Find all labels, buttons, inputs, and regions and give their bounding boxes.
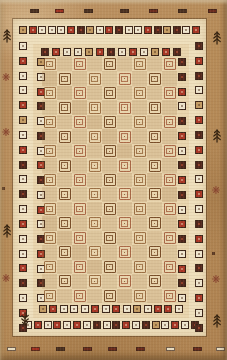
- border-dash: [120, 9, 129, 13]
- guard-square-maroon: [178, 73, 186, 81]
- guard-square-red: [53, 321, 61, 329]
- guard-square-tan: [151, 48, 159, 56]
- border-dash: [108, 347, 117, 351]
- guard-square-ivory: [195, 279, 203, 287]
- guard-square-ivory: [195, 175, 203, 183]
- square-spiral-motif: [59, 131, 71, 143]
- field-cell-spiral: [42, 202, 57, 216]
- border-dash: [149, 9, 158, 13]
- field-cell-spiral: [87, 245, 102, 259]
- field-cell-plain: [147, 289, 162, 303]
- guard-square-ivory: [19, 86, 27, 94]
- square-spiral-motif: [74, 290, 86, 302]
- square-spiral-motif: [74, 261, 86, 273]
- field-cell-plain: [57, 115, 72, 129]
- square-spiral-motif: [44, 116, 56, 128]
- field-cell-plain: [72, 129, 87, 143]
- square-spiral-motif: [164, 58, 176, 70]
- guard-square-ivory: [118, 48, 126, 56]
- square-spiral-motif: [134, 145, 146, 157]
- square-spiral-motif: [74, 58, 86, 70]
- field-cell-plain: [72, 158, 87, 172]
- field-cell-spiral: [42, 231, 57, 245]
- square-spiral-motif: [119, 217, 131, 229]
- square-spiral-motif: [164, 232, 176, 244]
- inner-cream-band: [13, 19, 206, 336]
- field-cell-spiral: [117, 158, 132, 172]
- field-cell-spiral: [162, 231, 177, 245]
- guard-square-red: [162, 48, 170, 56]
- guard-square-maroon: [77, 26, 85, 34]
- square-spiral-motif: [59, 102, 71, 114]
- square-spiral-motif: [89, 73, 101, 85]
- field-cell-spiral: [57, 187, 72, 201]
- field-cell-spiral: [102, 115, 117, 129]
- field-cell-plain: [117, 115, 132, 129]
- guard-square-maroon: [195, 324, 203, 332]
- square-spiral-motif: [104, 116, 116, 128]
- guard-square-red: [171, 321, 179, 329]
- square-spiral-motif: [119, 160, 131, 172]
- field-cell-plain: [87, 231, 102, 245]
- guard-square-maroon: [195, 264, 203, 272]
- field-cell-plain: [117, 144, 132, 158]
- guard-square-maroon: [195, 161, 203, 169]
- square-spiral-motif: [74, 203, 86, 215]
- field-cell-plain: [87, 173, 102, 187]
- field-cell-plain: [72, 71, 87, 85]
- border-dash: [7, 347, 16, 351]
- square-spiral-motif: [89, 275, 101, 287]
- square-spiral-motif: [134, 174, 146, 186]
- guard-square-maroon: [19, 190, 27, 198]
- guard-square-ivory: [123, 305, 131, 313]
- square-spiral-motif: [74, 232, 86, 244]
- field-cell-spiral: [147, 100, 162, 114]
- field-cell-spiral: [132, 86, 147, 100]
- field-cell-plain: [117, 202, 132, 216]
- square-spiral-motif: [74, 87, 86, 99]
- square-spiral-motif: [149, 131, 161, 143]
- guard-square-ivory: [19, 294, 27, 302]
- field-cell-plain: [132, 245, 147, 259]
- guard-square-red: [178, 220, 186, 228]
- field-cell-plain: [132, 158, 147, 172]
- guard-square-ivory: [195, 86, 203, 94]
- guard-square-ivory: [74, 48, 82, 56]
- guard-square-maroon: [173, 48, 181, 56]
- field-cell-plain: [117, 260, 132, 274]
- square-spiral-motif: [119, 102, 131, 114]
- field-cell-plain: [57, 289, 72, 303]
- guard-square-ivory: [144, 305, 152, 313]
- guard-square-tan: [39, 305, 47, 313]
- guard-square-red: [178, 88, 186, 96]
- square-spiral-motif: [59, 188, 71, 200]
- outer-camel-border: [0, 0, 227, 360]
- cross-motif-icon: [2, 128, 10, 136]
- field-cell-spiral: [162, 289, 177, 303]
- field-cell-spiral: [117, 100, 132, 114]
- border-dash: [31, 347, 40, 351]
- guard-square-ivory: [19, 42, 27, 50]
- square-spiral-motif: [149, 160, 161, 172]
- guard-square-tan: [152, 321, 160, 329]
- guard-square-ivory: [182, 26, 190, 34]
- field-cell-spiral: [57, 100, 72, 114]
- cross-motif-icon: [212, 186, 220, 194]
- field-cell-plain: [102, 187, 117, 201]
- square-spiral-motif: [44, 232, 56, 244]
- field-cell-plain: [132, 71, 147, 85]
- guard-square-ivory: [60, 305, 68, 313]
- guard-square-maroon: [195, 220, 203, 228]
- field-cell-spiral: [147, 245, 162, 259]
- guard-square-ivory: [178, 147, 186, 155]
- guard-square-ivory: [161, 321, 169, 329]
- field-cell-plain: [42, 245, 57, 259]
- field-cell-plain: [42, 71, 57, 85]
- field-cell-spiral: [57, 245, 72, 259]
- field-cell-plain: [117, 57, 132, 71]
- field-cell-plain: [147, 231, 162, 245]
- field-cell-plain: [57, 231, 72, 245]
- field-cell-spiral: [162, 57, 177, 71]
- guard-square-red: [195, 190, 203, 198]
- field-cell-spiral: [162, 260, 177, 274]
- cross-motif-icon: [2, 73, 10, 81]
- guard-square-red: [195, 294, 203, 302]
- guard-square-red: [195, 116, 203, 124]
- border-dash: [83, 347, 92, 351]
- square-spiral-motif: [134, 203, 146, 215]
- border-dot-icon: [212, 252, 215, 255]
- guard-square-red: [195, 146, 203, 154]
- field-cell-spiral: [87, 187, 102, 201]
- field-cell-plain: [102, 216, 117, 230]
- border-dot-icon: [2, 187, 5, 190]
- square-spiral-motif: [134, 290, 146, 302]
- field-cell-plain: [87, 86, 102, 100]
- guard-ring-outer-right: [194, 42, 203, 332]
- field-cell-spiral: [102, 86, 117, 100]
- guard-square-maroon: [178, 117, 186, 125]
- border-dash: [56, 347, 65, 351]
- square-spiral-motif: [104, 203, 116, 215]
- guard-square-red: [96, 48, 104, 56]
- guard-square-maroon: [115, 26, 123, 34]
- square-spiral-motif: [134, 87, 146, 99]
- square-spiral-motif: [104, 145, 116, 157]
- guard-square-maroon: [173, 26, 181, 34]
- guard-square-red: [19, 101, 27, 109]
- square-spiral-motif: [44, 290, 56, 302]
- square-spiral-motif: [44, 174, 56, 186]
- field-cell-spiral: [57, 274, 72, 288]
- field-cell-spiral: [102, 173, 117, 187]
- guard-square-maroon: [41, 48, 49, 56]
- square-spiral-motif: [104, 232, 116, 244]
- field-cell-plain: [87, 144, 102, 158]
- square-spiral-motif: [119, 275, 131, 287]
- guard-square-red: [29, 26, 37, 34]
- field-cell-plain: [102, 245, 117, 259]
- field-cell-spiral: [87, 274, 102, 288]
- square-spiral-motif: [74, 145, 86, 157]
- field-cell-spiral: [42, 86, 57, 100]
- square-spiral-motif: [104, 290, 116, 302]
- tree-motif-icon: [2, 29, 12, 43]
- guard-square-ivory: [125, 26, 133, 34]
- field-cell-spiral: [162, 173, 177, 187]
- border-dash: [55, 9, 64, 13]
- guard-square-ivory: [19, 250, 27, 258]
- guard-square-ivory: [19, 175, 27, 183]
- field-cell-plain: [147, 115, 162, 129]
- guard-square-maroon: [107, 48, 115, 56]
- square-spiral-motif: [89, 102, 101, 114]
- field-cell-spiral: [57, 129, 72, 143]
- field-cell-spiral: [57, 216, 72, 230]
- field-cell-spiral: [132, 144, 147, 158]
- field-cell-plain: [102, 100, 117, 114]
- square-spiral-motif: [149, 246, 161, 258]
- field-cell-spiral: [147, 216, 162, 230]
- tree-motif-icon: [20, 312, 30, 326]
- guard-square-red: [105, 26, 113, 34]
- field-cell-plain: [87, 289, 102, 303]
- guard-square-maroon: [178, 279, 186, 287]
- field-cell-spiral: [102, 144, 117, 158]
- guard-square-ivory: [178, 250, 186, 258]
- guard-square-red: [122, 321, 130, 329]
- square-spiral-motif: [89, 246, 101, 258]
- square-spiral-motif: [164, 261, 176, 273]
- square-spiral-motif: [149, 217, 161, 229]
- field-cell-plain: [102, 158, 117, 172]
- field-cell-spiral: [87, 216, 102, 230]
- field-cell-spiral: [147, 158, 162, 172]
- guard-square-tan: [86, 26, 94, 34]
- guard-square-ivory: [195, 205, 203, 213]
- field-cell-plain: [162, 129, 177, 143]
- guard-square-red: [129, 48, 137, 56]
- guard-square-maroon: [195, 72, 203, 80]
- square-spiral-motif: [59, 246, 71, 258]
- field-cell-plain: [162, 187, 177, 201]
- field-cell-plain: [132, 274, 147, 288]
- square-spiral-motif: [119, 188, 131, 200]
- field-cell-spiral: [72, 57, 87, 71]
- guard-square-ivory: [63, 48, 71, 56]
- field-cell-spiral: [72, 115, 87, 129]
- guard-square-ivory: [140, 48, 148, 56]
- border-dash: [193, 347, 202, 351]
- field-cell-plain: [117, 231, 132, 245]
- tree-motif-icon: [212, 129, 222, 143]
- guard-square-tan: [19, 116, 27, 124]
- field-cell-plain: [42, 158, 57, 172]
- guard-square-maroon: [195, 42, 203, 50]
- field-cell-spiral: [132, 231, 147, 245]
- field-cell-plain: [132, 187, 147, 201]
- square-spiral-motif: [164, 116, 176, 128]
- field-cell-plain: [102, 129, 117, 143]
- field-cell-spiral: [102, 231, 117, 245]
- guard-square-maroon: [19, 279, 27, 287]
- field-cell-plain: [132, 100, 147, 114]
- border-dash: [30, 9, 39, 13]
- guard-square-tan: [195, 101, 203, 109]
- guard-ring-outer-left: [18, 42, 27, 332]
- square-spiral-motif: [164, 290, 176, 302]
- field-cell-plain: [72, 245, 87, 259]
- square-spiral-motif: [59, 275, 71, 287]
- guard-square-tan: [133, 305, 141, 313]
- field-cell-spiral: [72, 260, 87, 274]
- guard-square-red: [19, 264, 27, 272]
- guard-square-ivory: [57, 26, 65, 34]
- guard-ring-outer-bottom: [24, 320, 199, 329]
- field-cell-spiral: [42, 289, 57, 303]
- guard-square-red: [144, 26, 152, 34]
- field-cell-spiral: [87, 158, 102, 172]
- field-cell-spiral: [102, 202, 117, 216]
- field-cell-plain: [162, 158, 177, 172]
- rug-photo: [0, 0, 227, 360]
- field-cell-spiral: [147, 187, 162, 201]
- guard-square-red: [49, 305, 57, 313]
- guard-square-red: [91, 305, 99, 313]
- tree-motif-icon: [2, 224, 12, 238]
- border-dash: [208, 9, 217, 13]
- field-cell-spiral: [72, 231, 87, 245]
- square-spiral-motif: [89, 160, 101, 172]
- square-spiral-motif: [44, 261, 56, 273]
- field-cell-spiral: [72, 202, 87, 216]
- field-cell-plain: [42, 187, 57, 201]
- guard-square-red: [154, 305, 162, 313]
- guard-square-red: [178, 132, 186, 140]
- square-spiral-motif: [119, 131, 131, 143]
- field-cell-plain: [117, 289, 132, 303]
- field-cell-spiral: [57, 158, 72, 172]
- guard-square-maroon: [112, 321, 120, 329]
- field-cell-plain: [147, 57, 162, 71]
- square-spiral-motif: [89, 188, 101, 200]
- field-cell-spiral: [87, 129, 102, 143]
- field-cell-plain: [102, 274, 117, 288]
- guard-square-red: [73, 321, 81, 329]
- field-cell-plain: [42, 216, 57, 230]
- square-spiral-motif: [44, 145, 56, 157]
- field-cell-plain: [57, 57, 72, 71]
- guard-square-ivory: [178, 206, 186, 214]
- field-cell-spiral: [162, 86, 177, 100]
- field-cell-plain: [147, 144, 162, 158]
- field-cell-plain: [147, 260, 162, 274]
- square-spiral-motif: [104, 87, 116, 99]
- field-cell-plain: [132, 129, 147, 143]
- border-dash: [84, 9, 93, 13]
- guard-square-red: [19, 220, 27, 228]
- field-cell-spiral: [117, 274, 132, 288]
- field-cell-plain: [147, 86, 162, 100]
- guard-square-ivory: [19, 72, 27, 80]
- square-spiral-motif: [149, 275, 161, 287]
- field-cell-plain: [72, 187, 87, 201]
- square-spiral-motif: [59, 217, 71, 229]
- square-spiral-motif: [59, 160, 71, 172]
- square-spiral-motif: [149, 73, 161, 85]
- field-cell-plain: [162, 216, 177, 230]
- square-spiral-motif: [164, 145, 176, 157]
- guard-square-maroon: [178, 161, 186, 169]
- tree-motif-icon: [212, 31, 222, 45]
- field-cell-spiral: [147, 274, 162, 288]
- border-dash: [136, 347, 145, 351]
- cross-motif-icon: [212, 275, 220, 283]
- guard-square-ivory: [83, 321, 91, 329]
- field-cell-spiral: [132, 202, 147, 216]
- field-cell-plain: [42, 274, 57, 288]
- guard-ring-inner-bottom: [39, 304, 183, 313]
- field-cell-plain: [162, 245, 177, 259]
- guard-square-red: [178, 265, 186, 273]
- field-cell-spiral: [42, 115, 57, 129]
- field-cell-spiral: [162, 202, 177, 216]
- field-cell-plain: [42, 100, 57, 114]
- guard-square-red: [195, 57, 203, 65]
- field-cell-spiral: [72, 86, 87, 100]
- field-cell-plain: [72, 216, 87, 230]
- guard-square-ivory: [19, 131, 27, 139]
- field-cell-spiral: [162, 144, 177, 158]
- guard-square-ivory: [19, 235, 27, 243]
- guard-square-ivory: [195, 309, 203, 317]
- border-dash: [178, 9, 187, 13]
- guard-square-ivory: [48, 26, 56, 34]
- field-cell-plain: [57, 86, 72, 100]
- cross-motif-icon: [2, 274, 10, 282]
- field-cell-spiral: [42, 260, 57, 274]
- field-cell-spiral: [132, 260, 147, 274]
- guard-square-maroon: [178, 191, 186, 199]
- field-cell-spiral: [117, 129, 132, 143]
- field-cell-plain: [87, 115, 102, 129]
- field-cell-plain: [117, 86, 132, 100]
- border-dash: [166, 347, 175, 351]
- guard-ring-inner-right: [177, 58, 186, 302]
- guard-square-red: [192, 26, 200, 34]
- square-spiral-motif: [89, 131, 101, 143]
- field-cell-spiral: [147, 71, 162, 85]
- checkerboard-grid: [42, 57, 177, 303]
- field-cell-plain: [57, 260, 72, 274]
- border-dash: [216, 347, 225, 351]
- square-spiral-motif: [74, 116, 86, 128]
- square-spiral-motif: [164, 87, 176, 99]
- field-cell-spiral: [117, 216, 132, 230]
- field-cell-spiral: [162, 115, 177, 129]
- square-spiral-motif: [134, 232, 146, 244]
- field-cell-spiral: [72, 289, 87, 303]
- field-cell-spiral: [117, 245, 132, 259]
- field-cell-plain: [87, 57, 102, 71]
- square-spiral-motif: [119, 73, 131, 85]
- guard-square-red: [67, 26, 75, 34]
- square-spiral-motif: [104, 58, 116, 70]
